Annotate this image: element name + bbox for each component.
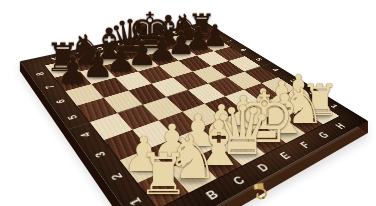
product-photo-scene: AA11BB22CC33DD44EE55FF66GG77HH88 ♜♞♝♟♚♟♛…: [0, 0, 376, 206]
pieces-layer: ♜♞♝♟♚♟♛♟♝♟♞♟♜♟♟♟♟♟♜♟♞♟♝♟♚♟♛♟♝♟♞♜: [0, 0, 376, 206]
white-rook[interactable]: ♜: [138, 145, 189, 202]
black-pawn[interactable]: ♟: [57, 53, 90, 90]
